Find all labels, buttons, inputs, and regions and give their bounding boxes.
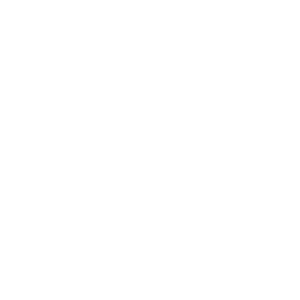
chess-board-container [0,0,300,300]
chess-board [0,0,300,300]
